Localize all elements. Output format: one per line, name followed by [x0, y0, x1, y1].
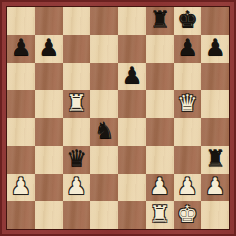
square-b6[interactable]	[35, 63, 63, 91]
square-b8[interactable]	[35, 7, 63, 35]
square-c2[interactable]: ♟	[63, 174, 91, 202]
square-c8[interactable]	[63, 7, 91, 35]
piece-black-rook[interactable]: ♜	[149, 8, 170, 31]
square-e8[interactable]	[118, 7, 146, 35]
piece-black-pawn[interactable]: ♟	[205, 36, 226, 59]
square-e4[interactable]	[118, 118, 146, 146]
piece-black-pawn[interactable]: ♟	[38, 36, 59, 59]
square-d2[interactable]	[90, 174, 118, 202]
square-f5[interactable]	[146, 90, 174, 118]
square-g7[interactable]: ♟	[174, 35, 202, 63]
square-c5[interactable]: ♜	[63, 90, 91, 118]
square-a2[interactable]: ♟	[7, 174, 35, 202]
piece-white-queen[interactable]: ♛	[177, 92, 198, 115]
chess-board-frame: ♜♚♟♟♟♟♟♜♛♞♛♜♟♟♟♟♟♜♚	[0, 0, 236, 236]
square-h5[interactable]	[201, 90, 229, 118]
square-b1[interactable]	[35, 201, 63, 229]
square-f8[interactable]: ♜	[146, 7, 174, 35]
square-a1[interactable]	[7, 201, 35, 229]
square-d4[interactable]: ♞	[90, 118, 118, 146]
piece-black-pawn[interactable]: ♟	[177, 36, 198, 59]
piece-white-pawn[interactable]: ♟	[205, 175, 226, 198]
square-a8[interactable]	[7, 7, 35, 35]
piece-black-king[interactable]: ♚	[177, 8, 198, 31]
square-d6[interactable]	[90, 63, 118, 91]
square-f6[interactable]	[146, 63, 174, 91]
piece-white-pawn[interactable]: ♟	[66, 175, 87, 198]
square-f4[interactable]	[146, 118, 174, 146]
square-e3[interactable]	[118, 146, 146, 174]
piece-black-rook[interactable]: ♜	[205, 147, 226, 170]
piece-black-knight[interactable]: ♞	[94, 119, 115, 142]
square-b4[interactable]	[35, 118, 63, 146]
square-d5[interactable]	[90, 90, 118, 118]
square-h4[interactable]	[201, 118, 229, 146]
square-e1[interactable]	[118, 201, 146, 229]
square-d1[interactable]	[90, 201, 118, 229]
square-b2[interactable]	[35, 174, 63, 202]
square-h1[interactable]	[201, 201, 229, 229]
square-e5[interactable]	[118, 90, 146, 118]
piece-white-rook[interactable]: ♜	[66, 92, 87, 115]
square-c6[interactable]	[63, 63, 91, 91]
square-c4[interactable]	[63, 118, 91, 146]
piece-white-pawn[interactable]: ♟	[177, 175, 198, 198]
square-g2[interactable]: ♟	[174, 174, 202, 202]
square-e6[interactable]: ♟	[118, 63, 146, 91]
square-f3[interactable]	[146, 146, 174, 174]
square-g4[interactable]	[174, 118, 202, 146]
piece-black-queen[interactable]: ♛	[66, 147, 87, 170]
square-g5[interactable]: ♛	[174, 90, 202, 118]
square-h8[interactable]	[201, 7, 229, 35]
square-f1[interactable]: ♜	[146, 201, 174, 229]
piece-white-pawn[interactable]: ♟	[11, 175, 32, 198]
square-h3[interactable]: ♜	[201, 146, 229, 174]
square-b7[interactable]: ♟	[35, 35, 63, 63]
square-c3[interactable]: ♛	[63, 146, 91, 174]
chess-board: ♜♚♟♟♟♟♟♜♛♞♛♜♟♟♟♟♟♜♚	[6, 6, 230, 230]
piece-white-pawn[interactable]: ♟	[149, 175, 170, 198]
square-d7[interactable]	[90, 35, 118, 63]
piece-white-king[interactable]: ♚	[177, 203, 198, 226]
square-e2[interactable]	[118, 174, 146, 202]
square-a5[interactable]	[7, 90, 35, 118]
square-h7[interactable]: ♟	[201, 35, 229, 63]
piece-black-pawn[interactable]: ♟	[11, 36, 32, 59]
square-e7[interactable]	[118, 35, 146, 63]
square-d8[interactable]	[90, 7, 118, 35]
square-c1[interactable]	[63, 201, 91, 229]
square-a3[interactable]	[7, 146, 35, 174]
square-f2[interactable]: ♟	[146, 174, 174, 202]
square-b3[interactable]	[35, 146, 63, 174]
square-f7[interactable]	[146, 35, 174, 63]
square-a6[interactable]	[7, 63, 35, 91]
square-g3[interactable]	[174, 146, 202, 174]
square-b5[interactable]	[35, 90, 63, 118]
square-a7[interactable]: ♟	[7, 35, 35, 63]
square-g1[interactable]: ♚	[174, 201, 202, 229]
square-d3[interactable]	[90, 146, 118, 174]
square-a4[interactable]	[7, 118, 35, 146]
square-h6[interactable]	[201, 63, 229, 91]
square-g6[interactable]	[174, 63, 202, 91]
piece-black-pawn[interactable]: ♟	[122, 64, 143, 87]
square-g8[interactable]: ♚	[174, 7, 202, 35]
square-c7[interactable]	[63, 35, 91, 63]
piece-white-rook[interactable]: ♜	[149, 203, 170, 226]
square-h2[interactable]: ♟	[201, 174, 229, 202]
